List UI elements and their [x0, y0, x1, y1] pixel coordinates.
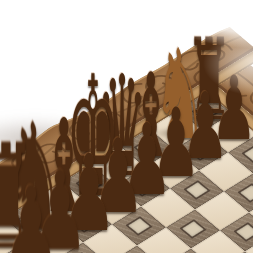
chess-set-photo: ♜♞♝♛♚♝♞♜♟♟♟♟♟♟♟♟ — [0, 0, 253, 253]
piece-pawn-h2[interactable]: ♟ — [1, 172, 60, 253]
